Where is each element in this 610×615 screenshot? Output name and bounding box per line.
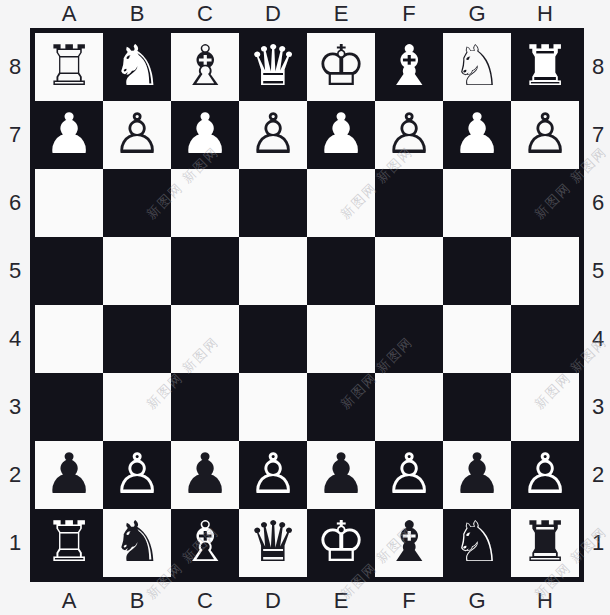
file-label-top-g: G bbox=[443, 0, 511, 27]
square-f8[interactable]: ♝ bbox=[375, 33, 443, 101]
chessboard: ♖♞♗♛♔♝♘♜♟♙♟♙♟♙♟♙♟♙♟♙♟♙♟♙♖♞♗♛♔♝♘♜ bbox=[30, 28, 584, 582]
square-f6[interactable] bbox=[375, 169, 443, 237]
piece-white-knight[interactable]: ♘ bbox=[452, 38, 502, 94]
file-label-bottom-e: E bbox=[307, 587, 375, 615]
square-e7[interactable]: ♟ bbox=[307, 101, 375, 169]
piece-black-knight[interactable]: ♘ bbox=[452, 514, 502, 570]
square-e3[interactable] bbox=[307, 373, 375, 441]
square-c6[interactable] bbox=[171, 169, 239, 237]
square-d5[interactable] bbox=[239, 237, 307, 305]
piece-black-queen[interactable]: ♛ bbox=[248, 514, 298, 570]
piece-white-pawn[interactable]: ♟ bbox=[316, 106, 366, 162]
square-a3[interactable] bbox=[35, 373, 103, 441]
rank-label-left-2: 2 bbox=[2, 441, 28, 509]
rank-label-left-3: 3 bbox=[2, 373, 28, 441]
rank-label-right-7: 7 bbox=[586, 101, 610, 169]
piece-black-rook[interactable]: ♖ bbox=[44, 514, 94, 570]
square-d8[interactable]: ♛ bbox=[239, 33, 307, 101]
piece-black-pawn[interactable]: ♟ bbox=[316, 446, 366, 502]
square-g4[interactable] bbox=[443, 305, 511, 373]
piece-white-rook[interactable]: ♖ bbox=[44, 38, 94, 94]
piece-black-rook[interactable]: ♜ bbox=[520, 514, 570, 570]
square-g1[interactable]: ♘ bbox=[443, 509, 511, 577]
piece-black-pawn[interactable]: ♙ bbox=[112, 446, 162, 502]
rank-label-left-5: 5 bbox=[2, 237, 28, 305]
square-f7[interactable]: ♙ bbox=[375, 101, 443, 169]
piece-white-queen[interactable]: ♛ bbox=[248, 38, 298, 94]
square-b7[interactable]: ♙ bbox=[103, 101, 171, 169]
square-h2[interactable]: ♙ bbox=[511, 441, 579, 509]
square-g7[interactable]: ♟ bbox=[443, 101, 511, 169]
square-g3[interactable] bbox=[443, 373, 511, 441]
square-g5[interactable] bbox=[443, 237, 511, 305]
piece-white-rook[interactable]: ♜ bbox=[520, 38, 570, 94]
square-c8[interactable]: ♗ bbox=[171, 33, 239, 101]
square-b3[interactable] bbox=[103, 373, 171, 441]
square-b2[interactable]: ♙ bbox=[103, 441, 171, 509]
piece-black-bishop[interactable]: ♗ bbox=[180, 514, 230, 570]
rank-label-right-4: 4 bbox=[586, 305, 610, 373]
file-label-top-h: H bbox=[511, 0, 579, 27]
file-label-top-a: A bbox=[35, 0, 103, 27]
piece-black-pawn[interactable]: ♙ bbox=[248, 446, 298, 502]
square-d4[interactable] bbox=[239, 305, 307, 373]
piece-white-knight[interactable]: ♞ bbox=[112, 38, 162, 94]
square-e8[interactable]: ♔ bbox=[307, 33, 375, 101]
chess-diagram: ABCDEFGH 87654321 ♖♞♗♛♔♝♘♜♟♙♟♙♟♙♟♙♟♙♟♙♟♙… bbox=[0, 0, 610, 615]
square-c7[interactable]: ♟ bbox=[171, 101, 239, 169]
piece-black-bishop[interactable]: ♝ bbox=[384, 514, 434, 570]
piece-white-bishop[interactable]: ♗ bbox=[180, 38, 230, 94]
file-label-bottom-h: H bbox=[511, 587, 579, 615]
ranks-left: 87654321 bbox=[2, 33, 28, 577]
file-label-bottom-d: D bbox=[239, 587, 307, 615]
square-c5[interactable] bbox=[171, 237, 239, 305]
square-b5[interactable] bbox=[103, 237, 171, 305]
file-label-top-c: C bbox=[171, 0, 239, 27]
file-label-top-d: D bbox=[239, 0, 307, 27]
rank-label-right-5: 5 bbox=[586, 237, 610, 305]
square-e5[interactable] bbox=[307, 237, 375, 305]
piece-white-pawn[interactable]: ♙ bbox=[112, 106, 162, 162]
square-h4[interactable] bbox=[511, 305, 579, 373]
rank-label-right-3: 3 bbox=[586, 373, 610, 441]
square-d2[interactable]: ♙ bbox=[239, 441, 307, 509]
file-label-bottom-b: B bbox=[103, 587, 171, 615]
piece-white-pawn[interactable]: ♟ bbox=[452, 106, 502, 162]
file-label-bottom-g: G bbox=[443, 587, 511, 615]
piece-white-pawn[interactable]: ♙ bbox=[248, 106, 298, 162]
rank-label-left-1: 1 bbox=[2, 509, 28, 577]
square-a4[interactable] bbox=[35, 305, 103, 373]
piece-black-knight[interactable]: ♞ bbox=[112, 514, 162, 570]
file-label-top-b: B bbox=[103, 0, 171, 27]
square-d7[interactable]: ♙ bbox=[239, 101, 307, 169]
square-h5[interactable] bbox=[511, 237, 579, 305]
square-b4[interactable] bbox=[103, 305, 171, 373]
square-g2[interactable]: ♟ bbox=[443, 441, 511, 509]
square-b6[interactable] bbox=[103, 169, 171, 237]
piece-white-pawn[interactable]: ♟ bbox=[44, 106, 94, 162]
square-h6[interactable] bbox=[511, 169, 579, 237]
square-a8[interactable]: ♖ bbox=[35, 33, 103, 101]
square-h8[interactable]: ♜ bbox=[511, 33, 579, 101]
square-c4[interactable] bbox=[171, 305, 239, 373]
square-c1[interactable]: ♗ bbox=[171, 509, 239, 577]
square-f3[interactable] bbox=[375, 373, 443, 441]
square-g8[interactable]: ♘ bbox=[443, 33, 511, 101]
piece-black-pawn[interactable]: ♟ bbox=[44, 446, 94, 502]
rank-label-right-2: 2 bbox=[586, 441, 610, 509]
rank-label-left-4: 4 bbox=[2, 305, 28, 373]
rank-label-left-6: 6 bbox=[2, 169, 28, 237]
rank-label-right-8: 8 bbox=[586, 33, 610, 101]
square-a6[interactable] bbox=[35, 169, 103, 237]
file-label-top-e: E bbox=[307, 0, 375, 27]
piece-white-king[interactable]: ♔ bbox=[316, 38, 366, 94]
square-d1[interactable]: ♛ bbox=[239, 509, 307, 577]
piece-black-king[interactable]: ♔ bbox=[316, 514, 366, 570]
square-h7[interactable]: ♙ bbox=[511, 101, 579, 169]
square-b8[interactable]: ♞ bbox=[103, 33, 171, 101]
piece-black-pawn[interactable]: ♙ bbox=[520, 446, 570, 502]
rank-label-left-8: 8 bbox=[2, 33, 28, 101]
square-f1[interactable]: ♝ bbox=[375, 509, 443, 577]
square-a1[interactable]: ♖ bbox=[35, 509, 103, 577]
piece-white-pawn[interactable]: ♙ bbox=[520, 106, 570, 162]
square-a5[interactable] bbox=[35, 237, 103, 305]
square-e6[interactable] bbox=[307, 169, 375, 237]
square-e2[interactable]: ♟ bbox=[307, 441, 375, 509]
square-a7[interactable]: ♟ bbox=[35, 101, 103, 169]
piece-black-pawn[interactable]: ♟ bbox=[180, 446, 230, 502]
files-top: ABCDEFGH bbox=[35, 0, 579, 27]
square-c3[interactable] bbox=[171, 373, 239, 441]
square-f5[interactable] bbox=[375, 237, 443, 305]
square-d3[interactable] bbox=[239, 373, 307, 441]
square-a2[interactable]: ♟ bbox=[35, 441, 103, 509]
piece-white-bishop[interactable]: ♝ bbox=[384, 38, 434, 94]
rank-label-left-7: 7 bbox=[2, 101, 28, 169]
square-b1[interactable]: ♞ bbox=[103, 509, 171, 577]
square-h1[interactable]: ♜ bbox=[511, 509, 579, 577]
piece-black-pawn[interactable]: ♟ bbox=[452, 446, 502, 502]
square-d6[interactable] bbox=[239, 169, 307, 237]
file-label-bottom-c: C bbox=[171, 587, 239, 615]
square-c2[interactable]: ♟ bbox=[171, 441, 239, 509]
piece-white-pawn[interactable]: ♙ bbox=[384, 106, 434, 162]
square-f4[interactable] bbox=[375, 305, 443, 373]
piece-white-pawn[interactable]: ♟ bbox=[180, 106, 230, 162]
files-bottom: ABCDEFGH bbox=[35, 587, 579, 615]
square-g6[interactable] bbox=[443, 169, 511, 237]
square-f2[interactable]: ♙ bbox=[375, 441, 443, 509]
rank-label-right-1: 1 bbox=[586, 509, 610, 577]
file-label-top-f: F bbox=[375, 0, 443, 27]
square-e4[interactable] bbox=[307, 305, 375, 373]
file-label-bottom-a: A bbox=[35, 587, 103, 615]
square-e1[interactable]: ♔ bbox=[307, 509, 375, 577]
ranks-right: 87654321 bbox=[586, 33, 610, 577]
file-label-bottom-f: F bbox=[375, 587, 443, 615]
rank-label-right-6: 6 bbox=[586, 169, 610, 237]
piece-black-pawn[interactable]: ♙ bbox=[384, 446, 434, 502]
square-h3[interactable] bbox=[511, 373, 579, 441]
